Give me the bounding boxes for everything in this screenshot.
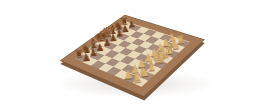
board-perspective-wrapper: ♜♟♟♜♞♟♟♞♝♟♟♝♛♟♟♛♚♟♟♚♝♟♟♝♞♟♟♞♜♟♟♜ (76, 0, 190, 107)
product-photo: ♜♟♟♜♞♟♟♞♝♟♟♝♛♟♟♛♚♟♟♚♝♟♟♝♞♟♟♞♜♟♟♜ (0, 0, 260, 110)
board-square (125, 43, 139, 51)
board-square: ♟ (167, 37, 181, 45)
board-square (145, 36, 159, 43)
board-square: ♟ (97, 47, 111, 55)
board-square: ♟ (103, 42, 117, 50)
chess-piece-white-pawn: ♟ (148, 47, 160, 58)
chess-piece-white-rook: ♜ (175, 34, 186, 46)
